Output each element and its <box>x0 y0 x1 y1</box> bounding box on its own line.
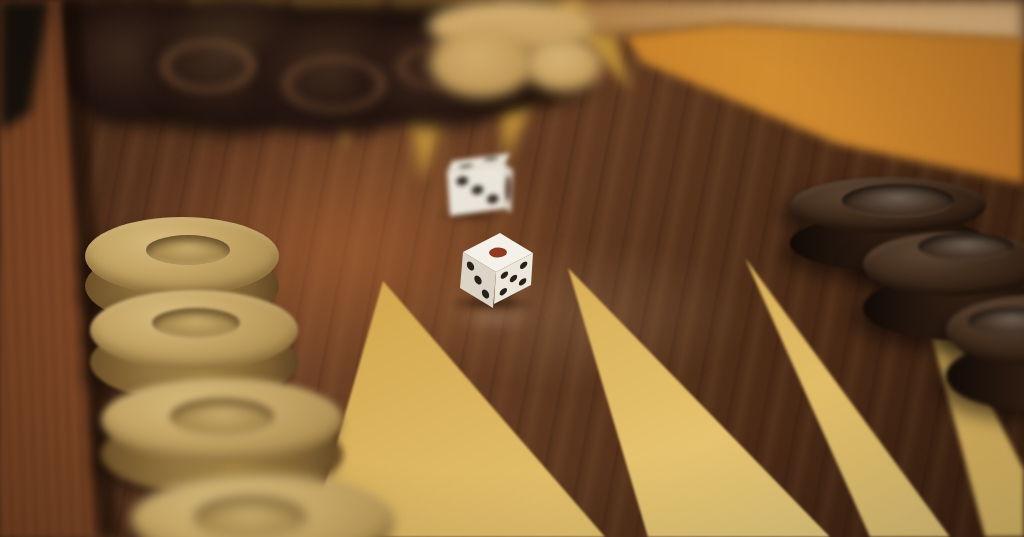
checker-ring <box>170 398 274 436</box>
front-die <box>460 233 533 308</box>
rear-die <box>447 153 513 216</box>
checker-ring <box>146 235 230 265</box>
rear-die-front-face <box>447 164 508 216</box>
dice <box>420 140 550 320</box>
light-checker <box>130 474 394 537</box>
checker-ring <box>842 184 954 218</box>
checker-ring <box>194 496 306 537</box>
backgammon-board-photo <box>0 0 1024 537</box>
checker-ring <box>152 308 240 338</box>
checker-ring <box>918 233 1014 261</box>
dark-checker <box>946 295 1024 411</box>
